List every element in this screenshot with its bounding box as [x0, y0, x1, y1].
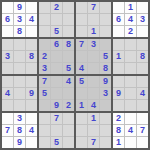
cell-r1c1[interactable]: [2, 2, 13, 13]
cell-r12c1[interactable]: [2, 137, 13, 148]
cell-r6c1[interactable]: [2, 63, 13, 74]
cell-r9c11[interactable]: [125, 100, 136, 111]
given-digit: 4: [29, 125, 34, 136]
cell-r3c8: 1: [88, 26, 99, 37]
cell-r10c7[interactable]: [76, 113, 87, 124]
cell-r2c12: 3: [137, 14, 148, 25]
given-digit: 4: [5, 88, 10, 99]
cell-r5c12: 8: [137, 51, 148, 62]
given-digit: 9: [17, 137, 22, 148]
cell-r6c9: 8: [100, 63, 111, 74]
cell-r7c7: 5: [76, 76, 87, 87]
given-digit: 8: [17, 26, 22, 37]
given-digit: 9: [116, 88, 121, 99]
cell-r5c6[interactable]: [63, 51, 74, 62]
cell-r7c11[interactable]: [125, 76, 136, 87]
cell-r2c8[interactable]: [88, 14, 99, 25]
given-digit: 3: [17, 113, 22, 124]
cell-r4c11[interactable]: [125, 39, 136, 50]
cell-r6c5[interactable]: [51, 63, 62, 74]
cell-r4c6: 8: [63, 39, 74, 50]
cell-r10c6[interactable]: [63, 113, 74, 124]
cell-r8c1: 4: [2, 88, 13, 99]
cell-r11c10: 8: [113, 125, 124, 136]
cell-r3c5: 5: [51, 26, 62, 37]
given-digit: 3: [140, 14, 145, 25]
box-border-horizontal: [0, 148, 150, 150]
cell-r11c9[interactable]: [100, 125, 111, 136]
cell-r2c11: 4: [125, 14, 136, 25]
cell-r11c11: 4: [125, 125, 136, 136]
given-digit: 3: [42, 63, 47, 74]
given-digit: 7: [5, 125, 10, 136]
given-digit: 1: [116, 137, 121, 148]
cell-r1c12[interactable]: [137, 2, 148, 13]
given-digit: 1: [91, 26, 96, 37]
cell-r8c12: 4: [137, 88, 148, 99]
given-digit: 3: [91, 39, 96, 50]
cell-r10c8: 1: [88, 113, 99, 124]
cell-r12c5: 5: [51, 137, 62, 148]
cell-r3c9[interactable]: [100, 26, 111, 37]
cell-r9c2[interactable]: [14, 100, 25, 111]
cell-r11c4[interactable]: [39, 125, 50, 136]
cell-r5c4: 2: [39, 51, 50, 62]
cell-r1c6[interactable]: [63, 2, 74, 13]
cell-r2c5[interactable]: [51, 14, 62, 25]
cell-r12c4[interactable]: [39, 137, 50, 148]
cell-r10c3[interactable]: [26, 113, 37, 124]
cell-r9c5: 9: [51, 100, 62, 111]
given-digit: 4: [91, 100, 96, 111]
cell-r6c11[interactable]: [125, 63, 136, 74]
cell-r11c1: 7: [2, 125, 13, 136]
cell-r5c8[interactable]: [88, 51, 99, 62]
given-digit: 2: [42, 51, 47, 62]
multi-sudoku-puzzle: 9271634643851268733825183548745949539492…: [0, 0, 150, 150]
cell-r1c2: 9: [14, 2, 25, 13]
cell-r7c6: 4: [63, 76, 74, 87]
cell-r7c10[interactable]: [113, 76, 124, 87]
given-digit: 4: [140, 88, 145, 99]
cell-r3c3[interactable]: [26, 26, 37, 37]
cell-r9c12[interactable]: [137, 100, 148, 111]
cell-r8c8[interactable]: [88, 88, 99, 99]
cell-r4c12[interactable]: [137, 39, 148, 50]
cell-r2c7[interactable]: [76, 14, 87, 25]
given-digit: 3: [17, 14, 22, 25]
given-digit: 7: [91, 2, 96, 13]
cell-r3c12[interactable]: [137, 26, 148, 37]
cell-r1c10[interactable]: [113, 2, 124, 13]
given-digit: 1: [91, 113, 96, 124]
cell-r5c2[interactable]: [14, 51, 25, 62]
given-digit: 2: [116, 113, 121, 124]
given-digit: 8: [17, 125, 22, 136]
cell-r2c9[interactable]: [100, 14, 111, 25]
cell-r2c2: 3: [14, 14, 25, 25]
cell-r1c5: 2: [51, 2, 62, 13]
given-digit: 1: [116, 51, 121, 62]
cell-r11c3: 4: [26, 125, 37, 136]
box-border-vertical: [148, 0, 150, 150]
given-digit: 9: [17, 2, 22, 13]
cell-r12c10: 1: [113, 137, 124, 148]
cell-r6c2[interactable]: [14, 63, 25, 74]
cell-r5c11[interactable]: [125, 51, 136, 62]
cell-r4c9[interactable]: [100, 39, 111, 50]
cell-r11c7[interactable]: [76, 125, 87, 136]
cell-r10c4[interactable]: [39, 113, 50, 124]
given-digit: 6: [54, 39, 59, 50]
box-border-horizontal: [0, 111, 150, 113]
cell-r8c10: 9: [113, 88, 124, 99]
given-digit: 7: [54, 113, 59, 124]
given-digit: 8: [103, 63, 108, 74]
cell-r10c5: 7: [51, 113, 62, 124]
cell-r8c9: 3: [100, 88, 111, 99]
cell-r2c4[interactable]: [39, 14, 50, 25]
cell-r11c5[interactable]: [51, 125, 62, 136]
given-digit: 3: [103, 88, 108, 99]
given-digit: 7: [42, 76, 47, 87]
cell-r4c2[interactable]: [14, 39, 25, 50]
given-digit: 4: [66, 76, 71, 87]
cell-r8c5[interactable]: [51, 88, 62, 99]
cell-r3c11: 2: [125, 26, 136, 37]
given-digit: 1: [79, 100, 84, 111]
given-digit: 2: [128, 26, 133, 37]
cell-r4c10[interactable]: [113, 39, 124, 50]
cell-r3c2: 8: [14, 26, 25, 37]
cell-r5c9: 5: [100, 51, 111, 62]
cell-r2c3: 4: [26, 14, 37, 25]
given-digit: 9: [54, 100, 59, 111]
cell-r12c7[interactable]: [76, 137, 87, 148]
cell-r4c3[interactable]: [26, 39, 37, 50]
given-digit: 3: [5, 51, 10, 62]
cell-r10c9[interactable]: [100, 113, 111, 124]
cell-r10c12[interactable]: [137, 113, 148, 124]
cell-r2c1: 6: [2, 14, 13, 25]
given-digit: 5: [79, 76, 84, 87]
cell-r1c4[interactable]: [39, 2, 50, 13]
given-digit: 8: [66, 39, 71, 50]
cell-r3c6[interactable]: [63, 26, 74, 37]
cell-r9c8: 4: [88, 100, 99, 111]
cell-r7c9: 9: [100, 76, 111, 87]
cell-r9c7: 1: [76, 100, 87, 111]
cell-r10c1[interactable]: [2, 113, 13, 124]
cell-r11c8[interactable]: [88, 125, 99, 136]
given-digit: 5: [54, 26, 59, 37]
given-digit: 5: [66, 63, 71, 74]
given-digit: 2: [54, 2, 59, 13]
cell-r2c10: 6: [113, 14, 124, 25]
cell-r5c10: 1: [113, 51, 124, 62]
cell-r12c2: 9: [14, 137, 25, 148]
given-digit: 9: [103, 76, 108, 87]
cell-r9c6: 2: [63, 100, 74, 111]
cell-r7c2[interactable]: [14, 76, 25, 87]
cell-r1c8: 7: [88, 2, 99, 13]
given-digit: 7: [91, 137, 96, 148]
cell-r4c1[interactable]: [2, 39, 13, 50]
cell-r6c3[interactable]: [26, 63, 37, 74]
cell-r10c11[interactable]: [125, 113, 136, 124]
cell-r9c10[interactable]: [113, 100, 124, 111]
cell-r6c12[interactable]: [137, 63, 148, 74]
cell-r3c7[interactable]: [76, 26, 87, 37]
cell-r4c8: 3: [88, 39, 99, 50]
cell-r7c8[interactable]: [88, 76, 99, 87]
cell-r12c12[interactable]: [137, 137, 148, 148]
cell-r8c6[interactable]: [63, 88, 74, 99]
cell-r5c1: 3: [2, 51, 13, 62]
sudoku-board: 9271634643851268733825183548745949539492…: [0, 0, 150, 150]
cell-r8c2[interactable]: [14, 88, 25, 99]
box-border-horizontal: [0, 74, 150, 76]
given-digit: 2: [66, 100, 71, 111]
cell-r7c4: 7: [39, 76, 50, 87]
cell-r6c4: 3: [39, 63, 50, 74]
given-digit: 8: [140, 51, 145, 62]
given-digit: 4: [29, 14, 34, 25]
cell-r8c3: 9: [26, 88, 37, 99]
cell-r5c5[interactable]: [51, 51, 62, 62]
cell-r12c8: 7: [88, 137, 99, 148]
cell-r4c7: 7: [76, 39, 87, 50]
cell-r4c4[interactable]: [39, 39, 50, 50]
given-digit: 4: [79, 63, 84, 74]
cell-r5c3: 8: [26, 51, 37, 62]
given-digit: 6: [116, 14, 121, 25]
cell-r4c5: 6: [51, 39, 62, 50]
cell-r5c7[interactable]: [76, 51, 87, 62]
given-digit: 9: [29, 88, 34, 99]
cell-r11c12: 7: [137, 125, 148, 136]
cell-r6c7: 4: [76, 63, 87, 74]
cell-r12c3[interactable]: [26, 137, 37, 148]
cell-r1c3[interactable]: [26, 2, 37, 13]
given-digit: 8: [116, 125, 121, 136]
cell-r3c4[interactable]: [39, 26, 50, 37]
cell-r8c4: 5: [39, 88, 50, 99]
cell-r1c11: 1: [125, 2, 136, 13]
given-digit: 4: [128, 125, 133, 136]
cell-r1c9[interactable]: [100, 2, 111, 13]
cell-r8c7[interactable]: [76, 88, 87, 99]
cell-r6c6: 5: [63, 63, 74, 74]
given-digit: 1: [128, 2, 133, 13]
cell-r9c4[interactable]: [39, 100, 50, 111]
given-digit: 7: [79, 39, 84, 50]
cell-r12c9[interactable]: [100, 137, 111, 148]
given-digit: 6: [5, 14, 10, 25]
given-digit: 5: [103, 51, 108, 62]
cell-r6c10[interactable]: [113, 63, 124, 74]
given-digit: 8: [29, 51, 34, 62]
given-digit: 5: [42, 88, 47, 99]
cell-r11c6[interactable]: [63, 125, 74, 136]
cell-r7c1[interactable]: [2, 76, 13, 87]
cell-r1c7[interactable]: [76, 2, 87, 13]
given-digit: 7: [140, 125, 145, 136]
cell-r7c3[interactable]: [26, 76, 37, 87]
cell-r7c12[interactable]: [137, 76, 148, 87]
cell-r11c2: 8: [14, 125, 25, 136]
given-digit: 4: [128, 14, 133, 25]
cell-r12c11[interactable]: [125, 137, 136, 148]
cell-r6c8[interactable]: [88, 63, 99, 74]
cell-r9c1[interactable]: [2, 100, 13, 111]
box-border-vertical: [111, 0, 113, 150]
cell-r8c11[interactable]: [125, 88, 136, 99]
cell-r10c2: 3: [14, 113, 25, 124]
cell-r3c10[interactable]: [113, 26, 124, 37]
cell-r3c1[interactable]: [2, 26, 13, 37]
cell-r7c5[interactable]: [51, 76, 62, 87]
cell-r12c6[interactable]: [63, 137, 74, 148]
cell-r10c10: 2: [113, 113, 124, 124]
given-digit: 5: [54, 137, 59, 148]
cell-r9c9[interactable]: [100, 100, 111, 111]
cell-r9c3[interactable]: [26, 100, 37, 111]
cell-r2c6[interactable]: [63, 14, 74, 25]
